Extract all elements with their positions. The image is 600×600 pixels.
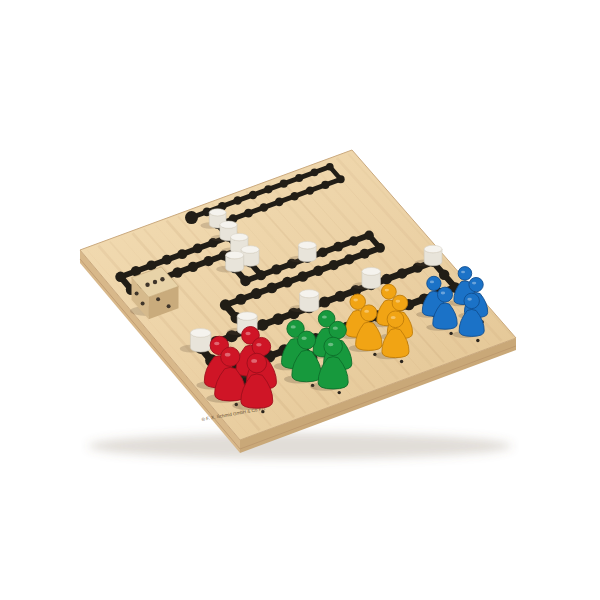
product-photo-stage: © F. X. Schmid GmbH & Co KG [0, 0, 600, 600]
barricade-board-photo: © F. X. Schmid GmbH & Co KG [0, 0, 600, 600]
board-drop-shadow [88, 433, 512, 459]
